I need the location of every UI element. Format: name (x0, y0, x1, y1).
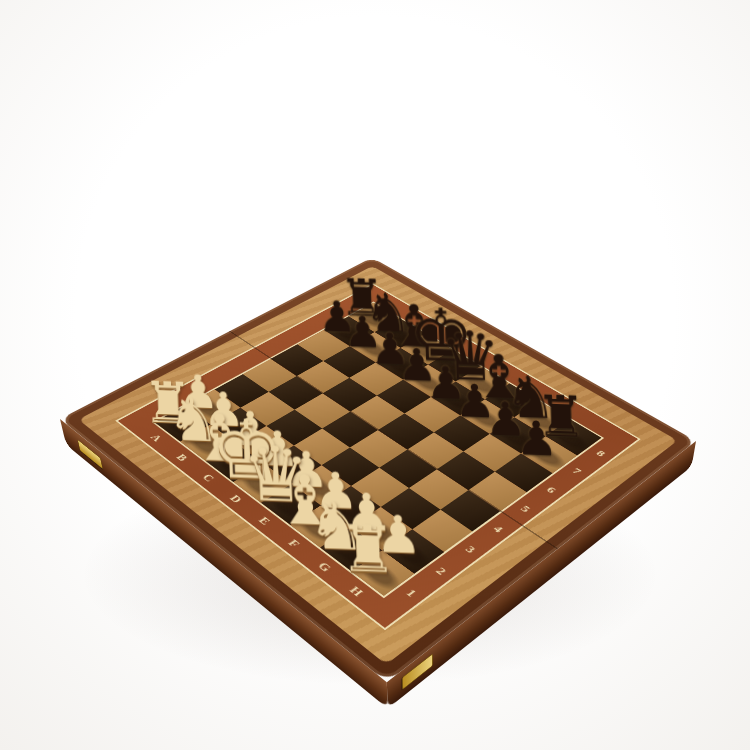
piece-white-rook[interactable]: ♜ (338, 517, 397, 583)
piece-black-pawn[interactable]: ♟ (515, 414, 559, 463)
board-panel: ♜♞♝♚♛♝♞♜♟♟♟♟♟♟♟♟♟♟♟♟♟♟♟♟♜♞♝♚♛♝♞♜ ABCDEFG… (78, 266, 677, 665)
scene: ♜♞♝♚♛♝♞♜♟♟♟♟♟♟♟♟♟♟♟♟♟♟♟♟♜♞♝♚♛♝♞♜ ABCDEFG… (0, 0, 750, 750)
board-tilt-wrapper: ♜♞♝♚♛♝♞♜♟♟♟♟♟♟♟♟♟♟♟♟♟♟♟♟♜♞♝♚♛♝♞♜ ABCDEFG… (145, 197, 610, 664)
